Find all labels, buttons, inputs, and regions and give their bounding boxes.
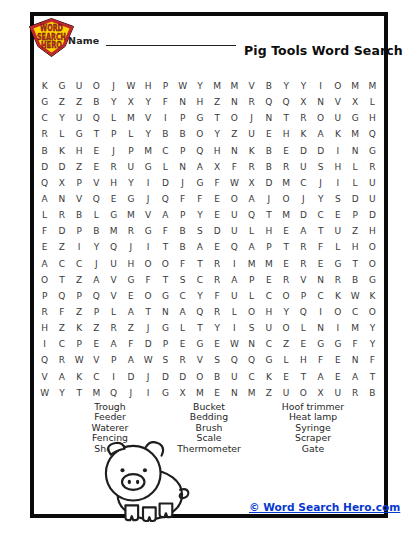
grid-cell: C bbox=[312, 207, 329, 223]
grid-cell: L bbox=[243, 288, 260, 304]
grid-cell: O bbox=[191, 369, 208, 385]
grid-cell: A bbox=[226, 272, 243, 288]
grid-cell: T bbox=[140, 304, 157, 320]
grid-cell: G bbox=[260, 352, 277, 368]
grid-cell: B bbox=[174, 126, 191, 142]
grid-cell: B bbox=[36, 143, 53, 159]
grid-cell: B bbox=[88, 94, 105, 110]
grid-cell: L bbox=[347, 175, 364, 191]
grid-cell: D bbox=[157, 175, 174, 191]
grid-cell: K bbox=[295, 126, 312, 142]
grid-cell: R bbox=[329, 272, 346, 288]
grid-cell: F bbox=[157, 223, 174, 239]
grid-cell: O bbox=[329, 78, 346, 94]
grid-cell: R bbox=[347, 385, 364, 401]
grid-cell: C bbox=[53, 256, 70, 272]
grid-cell: R bbox=[295, 256, 312, 272]
grid-cell: T bbox=[347, 256, 364, 272]
grid-cell: R bbox=[174, 352, 191, 368]
grid-cell: X bbox=[295, 94, 312, 110]
grid-cell: P bbox=[157, 336, 174, 352]
grid-cell: H bbox=[278, 126, 295, 142]
logo-line-3: HERO bbox=[41, 41, 62, 50]
grid-cell: U bbox=[243, 126, 260, 142]
grid-cell: R bbox=[209, 256, 226, 272]
grid-cell: Z bbox=[71, 304, 88, 320]
grid-cell: Q bbox=[226, 352, 243, 368]
grid-cell: F bbox=[226, 159, 243, 175]
grid-cell: U bbox=[260, 320, 277, 336]
grid-cell: M bbox=[260, 256, 277, 272]
grid-cell: B bbox=[347, 272, 364, 288]
grid-cell: E bbox=[209, 385, 226, 401]
grid-cell: C bbox=[157, 143, 174, 159]
grid-cell: K bbox=[364, 288, 381, 304]
grid-cell: T bbox=[191, 320, 208, 336]
grid-cell: Q bbox=[157, 191, 174, 207]
pig-leg bbox=[143, 507, 156, 521]
grid-cell: F bbox=[209, 288, 226, 304]
pig-leg bbox=[125, 505, 138, 520]
grid-cell: V bbox=[191, 352, 208, 368]
grid-cell: H bbox=[36, 320, 53, 336]
grid-cell: Y bbox=[209, 126, 226, 142]
grid-cell: N bbox=[226, 385, 243, 401]
pig-eye bbox=[120, 468, 124, 472]
grid-cell: C bbox=[347, 304, 364, 320]
grid-cell: G bbox=[122, 272, 139, 288]
grid-cell: E bbox=[278, 143, 295, 159]
grid-cell: R bbox=[105, 320, 122, 336]
grid-cell: L bbox=[243, 223, 260, 239]
grid-cell: T bbox=[312, 223, 329, 239]
grid-cell: D bbox=[312, 143, 329, 159]
grid-cell: W bbox=[36, 385, 53, 401]
grid-cell: C bbox=[295, 175, 312, 191]
grid-cell: M bbox=[191, 385, 208, 401]
grid-cell: O bbox=[278, 320, 295, 336]
word-grid: KGUOJWHPWYMMVBYYIOMMGZZBYXYFNHZNRQQXNVXL… bbox=[36, 78, 381, 401]
pig-icon bbox=[94, 441, 192, 523]
word-list-item: Gate bbox=[248, 444, 378, 454]
grid-cell: L bbox=[278, 352, 295, 368]
grid-cell: M bbox=[278, 175, 295, 191]
grid-cell: O bbox=[329, 304, 346, 320]
worksheet-page: WORD SEARCH HERO Name Pig Tools Word Sea… bbox=[0, 0, 416, 539]
grid-cell: F bbox=[174, 191, 191, 207]
grid-cell: F bbox=[140, 272, 157, 288]
grid-cell: U bbox=[295, 159, 312, 175]
grid-cell: H bbox=[71, 143, 88, 159]
grid-cell: D bbox=[53, 223, 70, 239]
grid-cell: H bbox=[364, 223, 381, 239]
grid-cell: E bbox=[209, 336, 226, 352]
grid-cell: T bbox=[191, 256, 208, 272]
grid-cell: H bbox=[191, 94, 208, 110]
grid-cell: E bbox=[312, 256, 329, 272]
grid-cell: O bbox=[226, 191, 243, 207]
grid-cell: A bbox=[36, 191, 53, 207]
grid-cell: P bbox=[88, 304, 105, 320]
grid-cell: J bbox=[140, 320, 157, 336]
grid-cell: Z bbox=[53, 239, 70, 255]
grid-cell: E bbox=[174, 336, 191, 352]
grid-cell: H bbox=[105, 175, 122, 191]
grid-cell: R bbox=[209, 304, 226, 320]
grid-cell: Q bbox=[36, 352, 53, 368]
grid-cell: A bbox=[122, 304, 139, 320]
grid-cell: Y bbox=[191, 207, 208, 223]
grid-cell: Z bbox=[226, 126, 243, 142]
grid-cell: N bbox=[226, 143, 243, 159]
grid-cell: D bbox=[209, 223, 226, 239]
grid-cell: E bbox=[260, 126, 277, 142]
grid-cell: I bbox=[140, 385, 157, 401]
grid-cell: G bbox=[364, 143, 381, 159]
grid-cell: G bbox=[140, 223, 157, 239]
grid-cell: T bbox=[157, 239, 174, 255]
grid-cell: U bbox=[105, 256, 122, 272]
grid-cell: R bbox=[53, 207, 70, 223]
grid-cell: M bbox=[122, 110, 139, 126]
grid-cell: G bbox=[312, 336, 329, 352]
grid-cell: Z bbox=[122, 320, 139, 336]
grid-cell: A bbox=[243, 191, 260, 207]
grid-cell: F bbox=[53, 304, 70, 320]
grid-cell: S bbox=[209, 352, 226, 368]
grid-cell: B bbox=[174, 223, 191, 239]
grid-cell: N bbox=[260, 110, 277, 126]
grid-cell: G bbox=[157, 385, 174, 401]
grid-cell: E bbox=[329, 369, 346, 385]
grid-cell: X bbox=[347, 94, 364, 110]
grid-cell: G bbox=[140, 159, 157, 175]
grid-cell: M bbox=[209, 78, 226, 94]
grid-cell: Z bbox=[278, 336, 295, 352]
grid-cell: C bbox=[260, 336, 277, 352]
grid-cell: T bbox=[295, 369, 312, 385]
pig-eye bbox=[143, 468, 147, 472]
grid-cell: J bbox=[122, 239, 139, 255]
grid-cell: L bbox=[157, 159, 174, 175]
grid-cell: P bbox=[36, 288, 53, 304]
grid-cell: Y bbox=[191, 288, 208, 304]
grid-cell: U bbox=[226, 369, 243, 385]
grid-cell: X bbox=[209, 159, 226, 175]
grid-cell: F bbox=[191, 191, 208, 207]
grid-cell: E bbox=[278, 256, 295, 272]
grid-cell: D bbox=[174, 369, 191, 385]
grid-cell: P bbox=[174, 207, 191, 223]
grid-cell: H bbox=[364, 110, 381, 126]
grid-cell: R bbox=[243, 94, 260, 110]
grid-cell: F bbox=[122, 336, 139, 352]
grid-cell: M bbox=[226, 78, 243, 94]
grid-cell: N bbox=[347, 143, 364, 159]
grid-cell: I bbox=[312, 304, 329, 320]
grid-cell: T bbox=[278, 239, 295, 255]
grid-cell: L bbox=[226, 304, 243, 320]
pig-leg bbox=[160, 503, 173, 517]
grid-cell: V bbox=[105, 288, 122, 304]
grid-cell: Q bbox=[36, 175, 53, 191]
grid-cell: S bbox=[312, 159, 329, 175]
grid-cell: M bbox=[347, 78, 364, 94]
grid-cell: C bbox=[71, 256, 88, 272]
grid-cell: O bbox=[243, 304, 260, 320]
grid-cell: M bbox=[278, 207, 295, 223]
grid-cell: W bbox=[347, 288, 364, 304]
grid-cell: P bbox=[295, 288, 312, 304]
grid-cell: H bbox=[329, 159, 346, 175]
grid-cell: A bbox=[122, 352, 139, 368]
grid-cell: U bbox=[226, 288, 243, 304]
grid-cell: C bbox=[174, 288, 191, 304]
grid-cell: R bbox=[243, 159, 260, 175]
grid-cell: U bbox=[364, 191, 381, 207]
grid-cell: Q bbox=[364, 126, 381, 142]
name-row: Name bbox=[68, 35, 236, 46]
grid-cell: O bbox=[157, 256, 174, 272]
grid-cell: M bbox=[140, 143, 157, 159]
grid-cell: A bbox=[191, 239, 208, 255]
grid-cell: F bbox=[312, 352, 329, 368]
grid-cell: B bbox=[209, 369, 226, 385]
grid-cell: V bbox=[329, 94, 346, 110]
grid-cell: T bbox=[53, 272, 70, 288]
grid-cell: Q bbox=[105, 385, 122, 401]
grid-cell: G bbox=[191, 175, 208, 191]
grid-cell: Z bbox=[53, 94, 70, 110]
grid-cell: P bbox=[347, 207, 364, 223]
grid-cell: O bbox=[140, 288, 157, 304]
grid-cell: W bbox=[71, 352, 88, 368]
grid-cell: T bbox=[278, 110, 295, 126]
grid-cell: E bbox=[88, 143, 105, 159]
grid-cell: I bbox=[36, 336, 53, 352]
grid-cell: K bbox=[53, 143, 70, 159]
grid-cell: R bbox=[278, 272, 295, 288]
grid-cell: K bbox=[71, 320, 88, 336]
grid-cell: L bbox=[329, 239, 346, 255]
grid-cell: P bbox=[71, 223, 88, 239]
grid-cell: N bbox=[312, 320, 329, 336]
grid-cell: B bbox=[88, 223, 105, 239]
grid-cell: P bbox=[243, 272, 260, 288]
grid-cell: Z bbox=[71, 272, 88, 288]
grid-cell: A bbox=[36, 256, 53, 272]
grid-cell: X bbox=[53, 175, 70, 191]
grid-cell: Z bbox=[260, 385, 277, 401]
grid-cell: E bbox=[329, 207, 346, 223]
grid-cell: C bbox=[243, 369, 260, 385]
grid-cell: G bbox=[53, 78, 70, 94]
grid-cell: I bbox=[329, 143, 346, 159]
grid-cell: M bbox=[243, 256, 260, 272]
grid-cell: Q bbox=[191, 143, 208, 159]
grid-cell: J bbox=[140, 369, 157, 385]
grid-cell: Q bbox=[278, 94, 295, 110]
grid-cell: K bbox=[243, 143, 260, 159]
grid-cell: Y bbox=[140, 126, 157, 142]
grid-cell: O bbox=[295, 385, 312, 401]
grid-cell: Q bbox=[243, 207, 260, 223]
grid-cell: Q bbox=[260, 94, 277, 110]
grid-cell: N bbox=[157, 304, 174, 320]
grid-cell: N bbox=[312, 272, 329, 288]
pig-snout bbox=[122, 474, 144, 490]
grid-cell: N bbox=[174, 94, 191, 110]
grid-cell: R bbox=[122, 223, 139, 239]
grid-cell: K bbox=[329, 126, 346, 142]
grid-cell: L bbox=[295, 320, 312, 336]
grid-cell: O bbox=[36, 272, 53, 288]
grid-cell: J bbox=[105, 143, 122, 159]
grid-cell: H bbox=[140, 78, 157, 94]
grid-cell: D bbox=[364, 207, 381, 223]
grid-cell: K bbox=[36, 78, 53, 94]
grid-cell: U bbox=[329, 385, 346, 401]
grid-cell: F bbox=[174, 256, 191, 272]
grid-cell: V bbox=[105, 272, 122, 288]
grid-cell: W bbox=[122, 78, 139, 94]
grid-cell: Y bbox=[53, 385, 70, 401]
grid-cell: G bbox=[329, 256, 346, 272]
pig-nostril bbox=[128, 480, 131, 484]
grid-cell: G bbox=[364, 272, 381, 288]
grid-cell: K bbox=[71, 369, 88, 385]
grid-cell: S bbox=[243, 320, 260, 336]
grid-cell: I bbox=[226, 320, 243, 336]
grid-cell: I bbox=[140, 175, 157, 191]
grid-cell: M bbox=[347, 320, 364, 336]
grid-cell: Y bbox=[364, 320, 381, 336]
grid-cell: R bbox=[278, 159, 295, 175]
grid-cell: C bbox=[312, 288, 329, 304]
grid-cell: I bbox=[105, 369, 122, 385]
grid-cell: H bbox=[347, 239, 364, 255]
grid-cell: U bbox=[226, 207, 243, 223]
grid-cell: G bbox=[191, 336, 208, 352]
grid-cell: L bbox=[88, 207, 105, 223]
grid-cell: E bbox=[209, 207, 226, 223]
grid-cell: D bbox=[36, 159, 53, 175]
grid-cell: G bbox=[36, 94, 53, 110]
grid-cell: M bbox=[88, 385, 105, 401]
grid-cell: Z bbox=[209, 94, 226, 110]
grid-cell: L bbox=[53, 126, 70, 142]
grid-cell: Z bbox=[347, 223, 364, 239]
grid-cell: L bbox=[364, 94, 381, 110]
grid-cell: A bbox=[105, 336, 122, 352]
grid-cell: O bbox=[278, 288, 295, 304]
grid-cell: F bbox=[157, 94, 174, 110]
grid-cell: L bbox=[105, 110, 122, 126]
grid-cell: G bbox=[157, 288, 174, 304]
grid-cell: D bbox=[157, 369, 174, 385]
grid-cell: Q bbox=[53, 288, 70, 304]
grid-cell: R bbox=[105, 159, 122, 175]
grid-cell: G bbox=[347, 110, 364, 126]
grid-cell: W bbox=[226, 175, 243, 191]
grid-cell: X bbox=[122, 94, 139, 110]
grid-cell: Q bbox=[105, 239, 122, 255]
grid-cell: I bbox=[157, 110, 174, 126]
grid-cell: C bbox=[88, 369, 105, 385]
page-title: Pig Tools Word Search bbox=[244, 43, 374, 58]
grid-cell: U bbox=[278, 385, 295, 401]
grid-cell: D bbox=[347, 191, 364, 207]
grid-cell: Y bbox=[312, 191, 329, 207]
grid-cell: B bbox=[260, 78, 277, 94]
grid-cell: L bbox=[36, 207, 53, 223]
grid-cell: A bbox=[312, 369, 329, 385]
grid-cell: F bbox=[364, 352, 381, 368]
pig-tail bbox=[180, 489, 189, 498]
grid-cell: V bbox=[36, 369, 53, 385]
grid-cell: L bbox=[105, 304, 122, 320]
grid-cell: O bbox=[364, 304, 381, 320]
grid-cell: Y bbox=[122, 175, 139, 191]
grid-cell: C bbox=[260, 288, 277, 304]
grid-cell: E bbox=[295, 336, 312, 352]
name-blank-line[interactable] bbox=[106, 35, 236, 46]
grid-cell: U bbox=[329, 110, 346, 126]
grid-cell: N bbox=[243, 336, 260, 352]
grid-cell: P bbox=[122, 143, 139, 159]
grid-cell: Z bbox=[71, 94, 88, 110]
grid-cell: Z bbox=[71, 159, 88, 175]
grid-cell: H bbox=[209, 143, 226, 159]
grid-cell: A bbox=[191, 159, 208, 175]
grid-cell: I bbox=[329, 175, 346, 191]
grid-cell: O bbox=[364, 239, 381, 255]
grid-cell: A bbox=[295, 223, 312, 239]
grid-cell: P bbox=[157, 78, 174, 94]
grid-cell: O bbox=[226, 110, 243, 126]
word-search-hero-link[interactable]: © Word Search Hero.com bbox=[249, 501, 400, 513]
grid-cell: O bbox=[88, 78, 105, 94]
grid-cell: E bbox=[278, 369, 295, 385]
grid-cell: E bbox=[105, 191, 122, 207]
grid-cell: O bbox=[364, 256, 381, 272]
grid-cell: R bbox=[36, 304, 53, 320]
grid-cell: A bbox=[88, 272, 105, 288]
grid-cell: Y bbox=[364, 336, 381, 352]
grid-cell: B bbox=[364, 385, 381, 401]
grid-cell: E bbox=[278, 223, 295, 239]
grid-cell: S bbox=[174, 272, 191, 288]
grid-cell: C bbox=[53, 336, 70, 352]
grid-cell: O bbox=[312, 110, 329, 126]
grid-cell: V bbox=[88, 352, 105, 368]
grid-cell: D bbox=[295, 207, 312, 223]
grid-cell: C bbox=[191, 272, 208, 288]
grid-cell: G bbox=[329, 336, 346, 352]
grid-cell: A bbox=[157, 207, 174, 223]
grid-cell: R bbox=[209, 272, 226, 288]
grid-cell: B bbox=[260, 159, 277, 175]
grid-cell: I bbox=[329, 320, 346, 336]
grid-cell: Y bbox=[105, 94, 122, 110]
grid-cell: B bbox=[260, 143, 277, 159]
grid-cell: H bbox=[295, 352, 312, 368]
grid-cell: D bbox=[122, 369, 139, 385]
grid-cell: R bbox=[295, 110, 312, 126]
grid-cell: P bbox=[260, 239, 277, 255]
grid-cell: V bbox=[140, 110, 157, 126]
grid-cell: K bbox=[260, 369, 277, 385]
